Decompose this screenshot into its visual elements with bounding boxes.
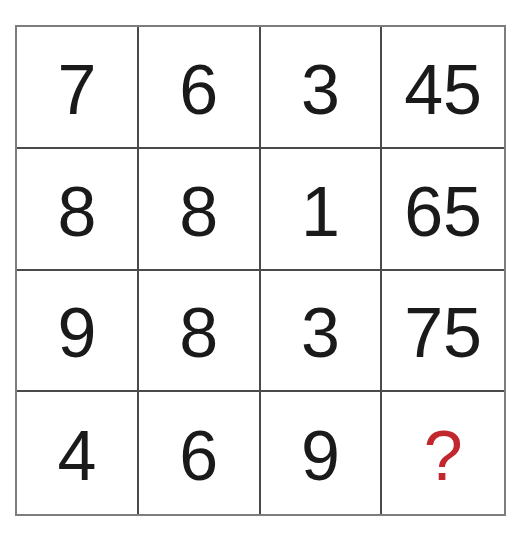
cell-r3c4: 75 [382, 271, 504, 393]
cell-r2c2: 8 [139, 149, 261, 271]
cell-r4c3: 9 [261, 392, 383, 514]
cell-r1c2: 6 [139, 27, 261, 149]
cell-r2c1: 8 [17, 149, 139, 271]
cell-r4c2: 6 [139, 392, 261, 514]
cell-r3c1: 9 [17, 271, 139, 393]
cell-r4c1: 4 [17, 392, 139, 514]
cell-r2c4: 65 [382, 149, 504, 271]
puzzle-grid: 7 6 3 45 8 8 1 65 9 8 3 75 4 6 9 ? [15, 25, 506, 516]
cell-r3c3: 3 [261, 271, 383, 393]
cell-r4c4-question-mark: ? [382, 392, 504, 514]
cell-r3c2: 8 [139, 271, 261, 393]
cell-r1c1: 7 [17, 27, 139, 149]
cell-r1c4: 45 [382, 27, 504, 149]
cell-r2c3: 1 [261, 149, 383, 271]
cell-r1c3: 3 [261, 27, 383, 149]
